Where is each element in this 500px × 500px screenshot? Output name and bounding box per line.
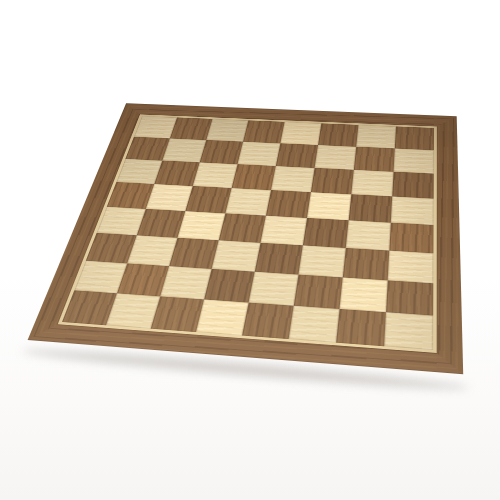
chess-board xyxy=(28,103,464,374)
square-c8 xyxy=(206,119,248,142)
square-h4 xyxy=(389,223,433,254)
square-d5 xyxy=(225,188,271,216)
square-c5 xyxy=(185,186,231,213)
square-b2 xyxy=(117,263,169,296)
square-f6 xyxy=(311,168,354,194)
square-g1 xyxy=(336,309,386,346)
square-h8 xyxy=(395,126,434,150)
square-d8 xyxy=(243,120,285,143)
product-photo-scene xyxy=(0,0,500,500)
square-h3 xyxy=(388,251,434,284)
square-c4 xyxy=(177,211,225,240)
square-h1 xyxy=(384,312,433,350)
square-e6 xyxy=(271,166,315,192)
square-c6 xyxy=(193,162,238,188)
square-d7 xyxy=(238,142,281,166)
square-f1 xyxy=(289,306,340,343)
square-g8 xyxy=(356,125,396,149)
square-g2 xyxy=(340,277,388,312)
square-h5 xyxy=(391,196,434,225)
square-e8 xyxy=(280,122,321,145)
square-d4 xyxy=(219,213,266,242)
square-h6 xyxy=(392,172,434,199)
square-g4 xyxy=(346,220,391,250)
square-b7 xyxy=(162,138,206,162)
square-e7 xyxy=(276,143,318,168)
square-f7 xyxy=(315,145,357,170)
square-f4 xyxy=(303,218,349,248)
square-g6 xyxy=(351,170,393,197)
square-e2 xyxy=(249,272,299,306)
square-f2 xyxy=(294,275,343,309)
square-c3 xyxy=(169,238,219,269)
square-h7 xyxy=(394,148,434,173)
square-a6 xyxy=(116,159,162,184)
square-d2 xyxy=(204,269,255,303)
square-f5 xyxy=(307,192,351,220)
square-e3 xyxy=(255,243,303,275)
square-d1 xyxy=(196,299,249,335)
square-f8 xyxy=(318,123,358,146)
square-e5 xyxy=(266,190,311,218)
square-c1 xyxy=(151,296,204,332)
square-h2 xyxy=(386,280,433,315)
square-d6 xyxy=(232,164,276,190)
square-c2 xyxy=(160,266,211,299)
square-g5 xyxy=(349,194,393,222)
square-e4 xyxy=(261,216,308,246)
square-e1 xyxy=(242,303,294,340)
square-d3 xyxy=(212,240,261,271)
square-f3 xyxy=(298,245,345,277)
square-b5 xyxy=(146,184,193,211)
square-g3 xyxy=(343,248,390,280)
square-g7 xyxy=(354,147,395,172)
square-c7 xyxy=(200,140,243,164)
